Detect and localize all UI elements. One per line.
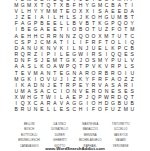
word-list-area: BELLINIBOSCHBOTTICELLIBRUNELLESCHICARAVA… bbox=[14, 121, 136, 148]
footer-url: www.WordSearchAddict.com bbox=[0, 146, 150, 151]
word-list-item: BELLINI bbox=[14, 121, 45, 127]
word-list-item: VASARI bbox=[106, 137, 137, 143]
word-list-item: MASACCIO bbox=[75, 126, 106, 132]
word-list-column: DA VINCIDONATELLODURERGHIBERTIGIOTTO bbox=[45, 121, 76, 149]
word-list-item: MANTEGNA bbox=[75, 121, 106, 127]
word-list-item: MESSINA bbox=[75, 132, 106, 138]
word-search-worksheet: TDMUEKBQCTLZIDOVMAPMGMXTQTXBFHYGMCBATIVL… bbox=[0, 0, 150, 150]
word-list-column: MANTEGNAMASACCIOMESSINAMICHELANGELORAPHA… bbox=[75, 121, 106, 149]
footer-area: www.WordSearchAddict.com bbox=[0, 146, 150, 151]
grid-cell[interactable]: U bbox=[129, 107, 135, 113]
word-list-item: TINTORETTO bbox=[106, 121, 137, 127]
letter-grid-area: TDMUEKBQCTLZIDOVMAPMGMXTQTXBFHYGMCBATIVL… bbox=[13, 0, 136, 113]
word-list-item: BRUNELLESCHI bbox=[14, 137, 45, 143]
word-list-item: BOSCH bbox=[14, 126, 45, 132]
word-list: BELLINIBOSCHBOTTICELLIBRUNELLESCHICARAVA… bbox=[14, 121, 136, 149]
word-list-item: BOTTICELLI bbox=[14, 132, 45, 138]
word-list-column: TINTORETTOUCCELLOVAN EYCKVASARIVERONESE bbox=[106, 121, 137, 149]
word-list-item: UCCELLO bbox=[106, 126, 137, 132]
word-list-item: DURER bbox=[45, 132, 76, 138]
word-list-item: GHIBERTI bbox=[45, 137, 76, 143]
word-list-item: MICHELANGELO bbox=[75, 137, 106, 143]
word-list-item: VAN EYCK bbox=[106, 132, 137, 138]
word-list-item: DA VINCI bbox=[45, 121, 76, 127]
word-list-column: BELLINIBOSCHBOTTICELLIBRUNELLESCHICARAVA… bbox=[14, 121, 45, 149]
letter-grid[interactable]: TDMUEKBQCTLZIDOVMAPMGMXTQTXBFHYGMCBATIVL… bbox=[13, 0, 136, 113]
word-list-item: DONATELLO bbox=[45, 126, 76, 132]
